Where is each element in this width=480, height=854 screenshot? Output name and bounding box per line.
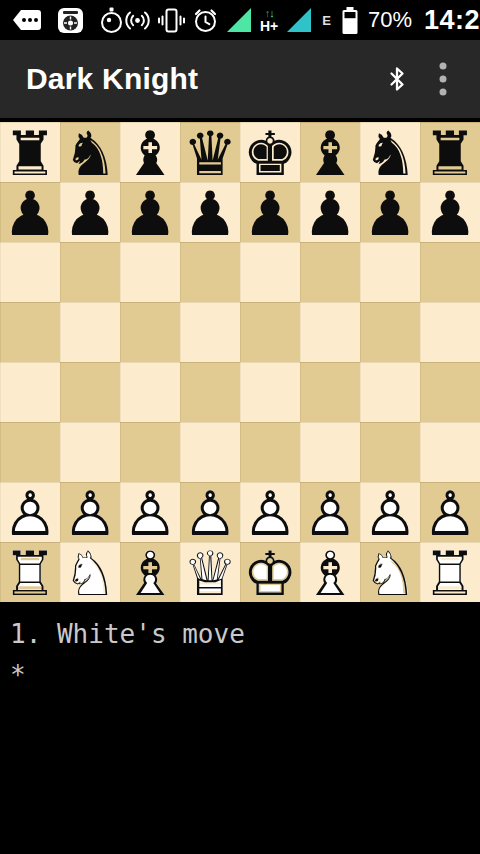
download-arrow-icon: ↓: [269, 8, 274, 19]
square-c7[interactable]: ♟: [120, 182, 180, 242]
network-type-label: H+: [260, 19, 278, 33]
black-pawn: ♟: [300, 182, 360, 242]
square-h4[interactable]: [420, 362, 480, 422]
black-king: ♚: [240, 122, 300, 182]
square-c6[interactable]: [120, 242, 180, 302]
black-bishop: ♝: [300, 122, 360, 182]
white-piece-outline: ♙: [420, 483, 480, 543]
sms-notification-icon: [12, 9, 42, 31]
square-b2[interactable]: ♟♙: [60, 482, 120, 542]
square-h1[interactable]: ♜♖: [420, 542, 480, 602]
white-bishop: ♝♗: [120, 542, 180, 602]
square-a7[interactable]: ♟: [0, 182, 60, 242]
status-bar-right-icons: ↑ ↓ H+ E 70% 14:23: [124, 5, 480, 36]
white-knight: ♞♘: [360, 542, 420, 602]
square-h2[interactable]: ♟♙: [420, 482, 480, 542]
black-knight: ♞: [60, 122, 120, 182]
square-f4[interactable]: [300, 362, 360, 422]
black-pawn: ♟: [180, 182, 240, 242]
black-piece-glyph: ♞: [360, 123, 420, 183]
white-bishop: ♝♗: [300, 542, 360, 602]
black-piece-glyph: ♟: [420, 183, 480, 243]
status-bar: ↑ ↓ H+ E 70% 14:23: [0, 0, 480, 40]
square-d1[interactable]: ♛♕: [180, 542, 240, 602]
white-piece-outline: ♖: [0, 543, 60, 603]
white-piece-outline: ♘: [360, 543, 420, 603]
black-rook: ♜: [0, 122, 60, 182]
square-e4[interactable]: [240, 362, 300, 422]
square-d3[interactable]: [180, 422, 240, 482]
black-pawn: ♟: [240, 182, 300, 242]
black-piece-glyph: ♟: [120, 183, 180, 243]
black-pawn: ♟: [60, 182, 120, 242]
square-c3[interactable]: [120, 422, 180, 482]
white-piece-outline: ♙: [300, 483, 360, 543]
black-piece-glyph: ♟: [0, 183, 60, 243]
bluetooth-button[interactable]: [374, 56, 420, 102]
square-d4[interactable]: [180, 362, 240, 422]
alarm-icon: [192, 7, 219, 34]
signal-triangle-icon: [226, 7, 252, 33]
black-piece-glyph: ♝: [120, 123, 180, 183]
square-f3[interactable]: [300, 422, 360, 482]
black-piece-glyph: ♟: [60, 183, 120, 243]
battery-icon: [341, 6, 359, 35]
white-pawn: ♟♙: [300, 482, 360, 542]
hotspot-icon: [124, 7, 151, 34]
square-f6[interactable]: [300, 242, 360, 302]
black-piece-glyph: ♛: [180, 123, 240, 183]
square-e6[interactable]: [240, 242, 300, 302]
black-piece-glyph: ♝: [300, 123, 360, 183]
square-b5[interactable]: [60, 302, 120, 362]
white-king: ♚♔: [240, 542, 300, 602]
black-piece-glyph: ♜: [0, 123, 60, 183]
pgn-result-line: *: [10, 655, 470, 696]
black-bishop: ♝: [120, 122, 180, 182]
square-b3[interactable]: [60, 422, 120, 482]
white-pawn: ♟♙: [0, 482, 60, 542]
square-d7[interactable]: ♟: [180, 182, 240, 242]
square-h6[interactable]: [420, 242, 480, 302]
square-f5[interactable]: [300, 302, 360, 362]
square-g3[interactable]: [360, 422, 420, 482]
square-d5[interactable]: [180, 302, 240, 362]
white-pawn: ♟♙: [120, 482, 180, 542]
square-e2[interactable]: ♟♙: [240, 482, 300, 542]
black-piece-glyph: ♚: [240, 123, 300, 183]
white-piece-outline: ♙: [0, 483, 60, 543]
status-bar-left-icons: [12, 7, 124, 34]
white-pawn: ♟♙: [60, 482, 120, 542]
white-piece-outline: ♙: [240, 483, 300, 543]
black-piece-glyph: ♟: [180, 183, 240, 243]
move-counter-line: 1. White's move: [10, 614, 470, 655]
battery-percent: 70%: [368, 7, 412, 33]
square-d6[interactable]: [180, 242, 240, 302]
square-b4[interactable]: [60, 362, 120, 422]
black-pawn: ♟: [0, 182, 60, 242]
square-c5[interactable]: [120, 302, 180, 362]
square-a6[interactable]: [0, 242, 60, 302]
black-piece-glyph: ♟: [300, 183, 360, 243]
black-knight: ♞: [360, 122, 420, 182]
white-pawn: ♟♙: [240, 482, 300, 542]
square-h7[interactable]: ♟: [420, 182, 480, 242]
white-knight: ♞♘: [60, 542, 120, 602]
stopwatch-icon: [99, 7, 124, 34]
app-bar: Dark Knight: [0, 40, 480, 118]
white-rook: ♜♖: [420, 542, 480, 602]
black-piece-glyph: ♞: [60, 123, 120, 183]
signal-triangle-icon-2: [286, 7, 312, 33]
white-piece-outline: ♙: [360, 483, 420, 543]
black-pawn: ♟: [420, 182, 480, 242]
square-a2[interactable]: ♟♙: [0, 482, 60, 542]
square-e3[interactable]: [240, 422, 300, 482]
square-b8[interactable]: ♞: [60, 122, 120, 182]
white-piece-outline: ♖: [420, 543, 480, 603]
square-h3[interactable]: [420, 422, 480, 482]
chess-board: ♜♞♝♛♚♝♞♜♟♟♟♟♟♟♟♟♟♙♟♙♟♙♟♙♟♙♟♙♟♙♟♙♜♖♞♘♝♗♛♕…: [0, 122, 480, 602]
black-queen: ♛: [180, 122, 240, 182]
app-notification-icon: [57, 7, 84, 34]
white-piece-outline: ♙: [180, 483, 240, 543]
square-b1[interactable]: ♞♘: [60, 542, 120, 602]
white-piece-outline: ♘: [60, 543, 120, 603]
square-c1[interactable]: ♝♗: [120, 542, 180, 602]
white-rook: ♜♖: [0, 542, 60, 602]
square-f2[interactable]: ♟♙: [300, 482, 360, 542]
black-rook: ♜: [420, 122, 480, 182]
white-piece-outline: ♗: [120, 543, 180, 603]
black-piece-glyph: ♟: [240, 183, 300, 243]
square-h5[interactable]: [420, 302, 480, 362]
black-piece-glyph: ♟: [360, 183, 420, 243]
white-piece-outline: ♔: [240, 543, 300, 603]
phone-screen: ↑ ↓ H+ E 70% 14:23 Dark Knight: [0, 0, 480, 854]
square-g5[interactable]: [360, 302, 420, 362]
mobile-data-hplus-indicator: ↑ ↓ H+: [260, 8, 278, 33]
square-d8[interactable]: ♛: [180, 122, 240, 182]
square-g8[interactable]: ♞: [360, 122, 420, 182]
square-c2[interactable]: ♟♙: [120, 482, 180, 542]
square-g2[interactable]: ♟♙: [360, 482, 420, 542]
white-pawn: ♟♙: [180, 482, 240, 542]
square-c4[interactable]: [120, 362, 180, 422]
square-a4[interactable]: [0, 362, 60, 422]
vibrate-icon: [158, 7, 185, 34]
white-piece-outline: ♙: [60, 483, 120, 543]
square-a1[interactable]: ♜♖: [0, 542, 60, 602]
square-g4[interactable]: [360, 362, 420, 422]
square-a5[interactable]: [0, 302, 60, 362]
clock-time: 14:23: [424, 5, 480, 36]
square-f1[interactable]: ♝♗: [300, 542, 360, 602]
square-e1[interactable]: ♚♔: [240, 542, 300, 602]
data-activity-arrows-icon: ↑ ↓: [265, 8, 274, 19]
black-pawn: ♟: [360, 182, 420, 242]
overflow-menu-button[interactable]: [420, 56, 466, 102]
white-piece-outline: ♙: [120, 483, 180, 543]
square-e8[interactable]: ♚: [240, 122, 300, 182]
square-g1[interactable]: ♞♘: [360, 542, 420, 602]
square-a3[interactable]: [0, 422, 60, 482]
network-e-indicator: E: [322, 13, 331, 28]
square-c8[interactable]: ♝: [120, 122, 180, 182]
black-pawn: ♟: [120, 182, 180, 242]
square-e7[interactable]: ♟: [240, 182, 300, 242]
square-d2[interactable]: ♟♙: [180, 482, 240, 542]
bluetooth-icon: [384, 63, 410, 95]
square-f7[interactable]: ♟: [300, 182, 360, 242]
square-b7[interactable]: ♟: [60, 182, 120, 242]
black-piece-glyph: ♜: [420, 123, 480, 183]
white-piece-outline: ♗: [300, 543, 360, 603]
app-title: Dark Knight: [26, 62, 374, 96]
white-pawn: ♟♙: [420, 482, 480, 542]
square-e5[interactable]: [240, 302, 300, 362]
white-queen: ♛♕: [180, 542, 240, 602]
move-log: 1. White's move *: [0, 602, 480, 854]
square-f8[interactable]: ♝: [300, 122, 360, 182]
square-b6[interactable]: [60, 242, 120, 302]
square-h8[interactable]: ♜: [420, 122, 480, 182]
square-g7[interactable]: ♟: [360, 182, 420, 242]
square-a8[interactable]: ♜: [0, 122, 60, 182]
square-g6[interactable]: [360, 242, 420, 302]
overflow-menu-icon: [438, 61, 448, 97]
white-piece-outline: ♕: [180, 543, 240, 603]
white-pawn: ♟♙: [360, 482, 420, 542]
